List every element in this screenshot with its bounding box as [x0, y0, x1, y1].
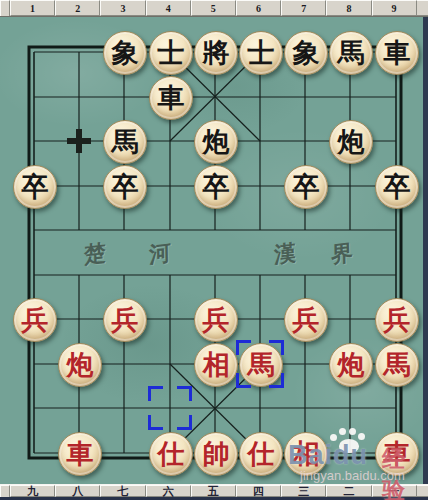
piece-glyph: 車: [67, 440, 94, 467]
piece-glyph: 將: [203, 39, 230, 66]
piece-glyph: 兵: [112, 306, 139, 333]
ruler-stub: [0, 0, 10, 16]
piece-red-horse[interactable]: 馬: [375, 343, 419, 387]
piece-red-cannon[interactable]: 炮: [329, 343, 373, 387]
piece-glyph: 車: [384, 39, 411, 66]
piece-glyph: 兵: [384, 306, 411, 333]
marker-red-destination-brackets: [236, 340, 284, 388]
piece-glyph: 仕: [248, 440, 275, 467]
river-char-4: 界: [331, 237, 353, 270]
piece-red-chariot[interactable]: 車: [58, 432, 102, 476]
piece-red-soldier[interactable]: 兵: [284, 298, 328, 342]
ruler-label-6: 6: [236, 0, 281, 16]
piece-black-elephant[interactable]: 象: [284, 31, 328, 75]
piece-glyph: 卒: [203, 173, 230, 200]
piece-glyph: 相: [203, 351, 230, 378]
piece-glyph: 炮: [338, 128, 365, 155]
piece-glyph: 帥: [203, 440, 230, 467]
piece-glyph: 車: [158, 84, 185, 111]
xiangqi-board[interactable]: 楚河漢界 象士將士象馬車車馬炮炮卒卒卒卒卒兵兵兵兵兵炮相馬炮馬車仕帥仕相車: [0, 17, 428, 484]
ruler-fill: [417, 0, 428, 16]
piece-glyph: 象: [293, 39, 320, 66]
piece-black-horse[interactable]: 馬: [329, 31, 373, 75]
ruler-label-3: 3: [100, 0, 145, 16]
piece-glyph: 馬: [384, 351, 411, 378]
piece-black-soldier[interactable]: 卒: [13, 165, 57, 209]
piece-glyph: 兵: [203, 306, 230, 333]
river-char-1: 楚: [84, 237, 106, 270]
piece-black-soldier[interactable]: 卒: [284, 165, 328, 209]
piece-red-soldier[interactable]: 兵: [375, 298, 419, 342]
piece-glyph: 相: [293, 440, 320, 467]
piece-glyph: 馬: [338, 39, 365, 66]
river-char-2: 河: [149, 237, 171, 270]
piece-glyph: 炮: [338, 351, 365, 378]
piece-glyph: 士: [158, 39, 185, 66]
marker-black-origin-cross: [66, 128, 92, 154]
ruler-label-8: 8: [326, 0, 371, 16]
piece-red-soldier[interactable]: 兵: [103, 298, 147, 342]
piece-red-elephant[interactable]: 相: [194, 343, 238, 387]
piece-red-elephant[interactable]: 相: [284, 432, 328, 476]
xiangqi-app: 123456789 楚河漢界 象士將士象馬車車馬炮炮卒卒卒卒卒兵兵兵兵兵炮相馬炮…: [0, 0, 428, 500]
piece-red-advisor[interactable]: 仕: [239, 432, 283, 476]
piece-glyph: 卒: [384, 173, 411, 200]
piece-glyph: 卒: [112, 173, 139, 200]
marker-red-origin-brackets: [148, 386, 192, 430]
piece-glyph: 仕: [158, 440, 185, 467]
ruler-label-六: 六: [146, 485, 191, 497]
column-ruler-top: 123456789: [0, 0, 428, 17]
ruler-label-2: 2: [55, 0, 100, 16]
piece-glyph: 炮: [67, 351, 94, 378]
piece-red-general[interactable]: 帥: [194, 432, 238, 476]
piece-glyph: 車: [384, 440, 411, 467]
ruler-stub: [0, 485, 10, 497]
piece-glyph: 炮: [203, 128, 230, 155]
piece-red-advisor[interactable]: 仕: [149, 432, 193, 476]
piece-black-horse[interactable]: 馬: [103, 120, 147, 164]
piece-red-cannon[interactable]: 炮: [58, 343, 102, 387]
piece-black-cannon[interactable]: 炮: [329, 120, 373, 164]
piece-glyph: 兵: [293, 306, 320, 333]
piece-black-soldier[interactable]: 卒: [103, 165, 147, 209]
ruler-label-1: 1: [10, 0, 55, 16]
piece-red-soldier[interactable]: 兵: [194, 298, 238, 342]
piece-glyph: 卒: [293, 173, 320, 200]
piece-black-cannon[interactable]: 炮: [194, 120, 238, 164]
piece-black-chariot[interactable]: 車: [149, 76, 193, 120]
piece-black-elephant[interactable]: 象: [103, 31, 147, 75]
board-grid-lines: [0, 17, 428, 484]
piece-black-chariot[interactable]: 車: [375, 31, 419, 75]
piece-glyph: 兵: [22, 306, 49, 333]
ruler-label-4: 4: [146, 0, 191, 16]
ruler-label-7: 7: [281, 0, 326, 16]
piece-glyph: 馬: [112, 128, 139, 155]
piece-glyph: 士: [248, 39, 275, 66]
piece-glyph: 卒: [22, 173, 49, 200]
ruler-label-八: 八: [55, 485, 100, 497]
piece-black-general[interactable]: 將: [194, 31, 238, 75]
ruler-label-四: 四: [236, 485, 281, 497]
piece-black-soldier[interactable]: 卒: [194, 165, 238, 209]
piece-glyph: 象: [112, 39, 139, 66]
window-edge-right: [423, 17, 428, 500]
column-ruler-bottom: 九八七六五四三二一: [0, 484, 428, 497]
river-char-3: 漢: [274, 237, 296, 270]
ruler-label-一: 一: [372, 485, 417, 497]
ruler-label-五: 五: [191, 485, 236, 497]
piece-black-advisor[interactable]: 士: [149, 31, 193, 75]
ruler-label-三: 三: [281, 485, 326, 497]
piece-black-advisor[interactable]: 士: [239, 31, 283, 75]
piece-red-soldier[interactable]: 兵: [13, 298, 57, 342]
ruler-label-九: 九: [10, 485, 55, 497]
ruler-label-9: 9: [372, 0, 417, 16]
ruler-fill: [417, 485, 428, 497]
ruler-label-七: 七: [100, 485, 145, 497]
ruler-label-二: 二: [326, 485, 371, 497]
piece-black-soldier[interactable]: 卒: [375, 165, 419, 209]
ruler-label-5: 5: [191, 0, 236, 16]
piece-red-chariot[interactable]: 車: [375, 432, 419, 476]
